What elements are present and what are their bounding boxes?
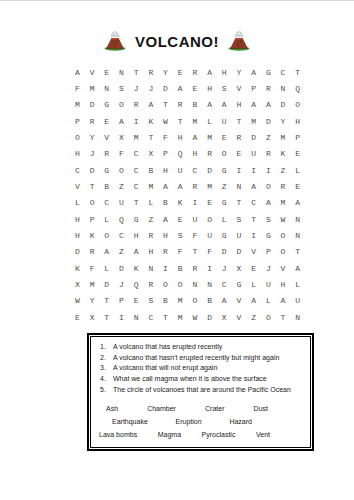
grid-cell-r5c2[interactable]: Y (85, 129, 100, 145)
grid-cell-r6c9[interactable]: H (188, 146, 203, 162)
grid-cell-r7c3[interactable]: G (99, 162, 114, 178)
clue-item-5: 5.The circle of volcanoes that are aroun… (97, 385, 304, 396)
grid-cell-r11c2[interactable]: K (85, 227, 100, 243)
grid-cell-r2c12[interactable]: V (232, 80, 247, 96)
grid-cell-r12c11[interactable]: D (217, 244, 232, 260)
grid-cell-r8c4[interactable]: Z (114, 178, 129, 194)
grid-cell-r6c10[interactable]: R (202, 146, 217, 162)
grid-cell-r16c10[interactable]: D (202, 309, 217, 325)
grid-cell-r6c11[interactable]: O (217, 146, 232, 162)
grid-cell-r1c3[interactable]: E (99, 64, 114, 80)
grid-cell-r4c16[interactable]: H (290, 113, 305, 129)
bank-word-vent: Vent (256, 428, 270, 441)
grid-cell-r12c12[interactable]: D (232, 244, 247, 260)
grid-cell-r8c1[interactable]: V (70, 178, 85, 194)
grid-cell-r15c9[interactable]: O (188, 293, 203, 309)
grid-cell-r11c10[interactable]: U (202, 227, 217, 243)
grid-cell-r7c1[interactable]: C (70, 162, 85, 178)
grid-cell-r5c4[interactable]: X (114, 129, 129, 145)
grid-cell-r12c4[interactable]: Z (114, 244, 129, 260)
bank-word-dust: Dust (254, 402, 268, 415)
clue-box: 1.A volcano that has erupted recently2.A… (87, 333, 314, 451)
grid-cell-r10c6[interactable]: Z (143, 211, 158, 227)
grid-cell-r11c9[interactable]: F (188, 227, 203, 243)
grid-cell-r4c3[interactable]: E (99, 113, 114, 129)
grid-cell-r16c14[interactable]: O (261, 309, 276, 325)
bank-word-eruption: Eruption (176, 415, 202, 428)
grid-cell-r15c11[interactable]: A (217, 293, 232, 309)
grid-cell-r16c3[interactable]: T (99, 309, 114, 325)
bank-word-magma: Magma (158, 428, 181, 441)
grid-cell-r12c1[interactable]: D (70, 244, 85, 260)
bank-word-ash: Ash (106, 402, 118, 415)
grid-cell-r4c6[interactable]: K (143, 113, 158, 129)
grid-cell-r6c2[interactable]: J (85, 146, 100, 162)
grid-cell-r5c15[interactable]: M (276, 129, 291, 145)
grid-cell-r14c6[interactable]: R (143, 276, 158, 292)
grid-cell-r14c3[interactable]: D (99, 276, 114, 292)
grid-cell-r13c10[interactable]: I (202, 260, 217, 276)
grid-cell-r14c4[interactable]: J (114, 276, 129, 292)
bank-word-crater: Crater (205, 402, 224, 415)
word-bank-row-1: AshChamberCraterDust (97, 402, 304, 415)
grid-cell-r16c2[interactable]: X (85, 309, 100, 325)
grid-cell-r3c5[interactable]: R (129, 97, 144, 113)
grid-cell-r11c1[interactable]: H (70, 227, 85, 243)
grid-cell-r14c2[interactable]: M (85, 276, 100, 292)
grid-cell-r13c3[interactable]: L (99, 260, 114, 276)
grid-cell-r6c12[interactable]: E (232, 146, 247, 162)
grid-cell-r5c11[interactable]: E (217, 129, 232, 145)
grid-cell-r2c13[interactable]: P (246, 80, 261, 96)
grid-cell-r15c1[interactable]: W (70, 293, 85, 309)
grid-cell-r8c12[interactable]: N (232, 178, 247, 194)
grid-cell-r15c16[interactable]: U (290, 293, 305, 309)
grid-cell-r5c1[interactable]: O (70, 129, 85, 145)
grid-cell-r12c8[interactable]: F (173, 244, 188, 260)
grid-cell-r4c5[interactable]: I (129, 113, 144, 129)
grid-cell-r3c3[interactable]: G (99, 97, 114, 113)
grid-cell-r11c14[interactable]: G (261, 227, 276, 243)
grid-cell-r15c10[interactable]: B (202, 293, 217, 309)
grid-cell-r6c5[interactable]: C (129, 146, 144, 162)
grid-cell-r1c13[interactable]: A (246, 64, 261, 80)
grid-cell-r13c13[interactable]: E (246, 260, 261, 276)
grid-cell-r1c5[interactable]: T (129, 64, 144, 80)
grid-cell-r14c7[interactable]: O (158, 276, 173, 292)
grid-cell-r15c7[interactable]: B (158, 293, 173, 309)
grid-cell-r11c13[interactable]: I (246, 227, 261, 243)
grid-cell-r13c8[interactable]: B (173, 260, 188, 276)
grid-cell-r2c15[interactable]: N (276, 80, 291, 96)
bank-word-pyroclastic: Pyroclastic (202, 428, 236, 441)
grid-cell-r14c5[interactable]: Q (129, 276, 144, 292)
grid-cell-r15c2[interactable]: Y (85, 293, 100, 309)
grid-cell-r6c4[interactable]: F (114, 146, 129, 162)
clue-list: 1.A volcano that has erupted recently2.A… (97, 342, 304, 396)
grid-cell-r2c11[interactable]: S (217, 80, 232, 96)
grid-cell-r3c11[interactable]: A (217, 97, 232, 113)
grid-cell-r13c11[interactable]: J (217, 260, 232, 276)
grid-cell-r3c16[interactable]: O (290, 97, 305, 113)
grid-cell-r13c16[interactable]: A (290, 260, 305, 276)
grid-cell-r6c8[interactable]: Q (173, 146, 188, 162)
grid-cell-r1c14[interactable]: G (261, 64, 276, 80)
page-title: VOLCANO! (135, 33, 219, 50)
bank-word-lava-bombs: Lava bombs (99, 428, 137, 441)
grid-cell-r15c5[interactable]: E (129, 293, 144, 309)
grid-cell-r10c15[interactable]: W (276, 211, 291, 227)
grid-cell-r1c7[interactable]: Y (158, 64, 173, 80)
grid-cell-r10c4[interactable]: Q (114, 211, 129, 227)
grid-cell-r9c1[interactable]: L (70, 195, 85, 211)
grid-cell-r5c5[interactable]: M (129, 129, 144, 145)
grid-cell-r3c6[interactable]: A (143, 97, 158, 113)
grid-cell-r16c15[interactable]: T (276, 309, 291, 325)
bank-word-chamber: Chamber (147, 402, 176, 415)
grid-cell-r5c14[interactable]: Z (261, 129, 276, 145)
grid-cell-r14c15[interactable]: H (276, 276, 291, 292)
grid-cell-r7c5[interactable]: C (129, 162, 144, 178)
grid-cell-r10c3[interactable]: L (99, 211, 114, 227)
grid-cell-r2c3[interactable]: N (99, 80, 114, 96)
grid-cell-r5c12[interactable]: R (232, 129, 247, 145)
grid-cell-r1c8[interactable]: E (173, 64, 188, 80)
grid-cell-r6c15[interactable]: K (276, 146, 291, 162)
grid-cell-r6c14[interactable]: R (261, 146, 276, 162)
grid-cell-r4c7[interactable]: W (158, 113, 173, 129)
grid-cell-r16c6[interactable]: C (143, 309, 158, 325)
grid-cell-r3c13[interactable]: A (246, 97, 261, 113)
grid-cell-r9c14[interactable]: A (261, 195, 276, 211)
bank-word-hazard: Hazard (229, 415, 252, 428)
grid-cell-r11c4[interactable]: C (114, 227, 129, 243)
grid-cell-r3c14[interactable]: A (261, 97, 276, 113)
grid-cell-r9c5[interactable]: T (129, 195, 144, 211)
grid-cell-r12c5[interactable]: A (129, 244, 144, 260)
grid-cell-r7c12[interactable]: I (232, 162, 247, 178)
grid-cell-r2c9[interactable]: E (188, 80, 203, 96)
grid-cell-r8c8[interactable]: A (173, 178, 188, 194)
grid-cell-r10c8[interactable]: E (173, 211, 188, 227)
grid-cell-r3c8[interactable]: R (173, 97, 188, 113)
grid-cell-r2c1[interactable]: F (70, 80, 85, 96)
grid-cell-r12c7[interactable]: R (158, 244, 173, 260)
grid-cell-r12c10[interactable]: F (202, 244, 217, 260)
grid-cell-r2c16[interactable]: Q (290, 80, 305, 96)
grid-cell-r10c12[interactable]: S (232, 211, 247, 227)
grid-cell-r9c15[interactable]: M (276, 195, 291, 211)
grid-cell-r4c15[interactable]: Y (276, 113, 291, 129)
grid-cell-r9c7[interactable]: B (158, 195, 173, 211)
grid-cell-r10c10[interactable]: O (202, 211, 217, 227)
grid-cell-r15c15[interactable]: A (276, 293, 291, 309)
grid-cell-r3c2[interactable]: D (85, 97, 100, 113)
grid-cell-r11c8[interactable]: S (173, 227, 188, 243)
grid-cell-r15c3[interactable]: T (99, 293, 114, 309)
clue-item-1: 1.A volcano that has erupted recently (97, 342, 304, 353)
grid-cell-r14c10[interactable]: N (202, 276, 217, 292)
grid-cell-r9c16[interactable]: A (290, 195, 305, 211)
grid-cell-r2c14[interactable]: R (261, 80, 276, 96)
grid-cell-r4c2[interactable]: R (85, 113, 100, 129)
grid-cell-r5c8[interactable]: H (173, 129, 188, 145)
grid-cell-r12c13[interactable]: V (246, 244, 261, 260)
grid-cell-r10c1[interactable]: H (70, 211, 85, 227)
grid-cell-r12c9[interactable]: T (188, 244, 203, 260)
grid-cell-r7c7[interactable]: H (158, 162, 173, 178)
grid-cell-r12c6[interactable]: H (143, 244, 158, 260)
grid-cell-r13c2[interactable]: F (85, 260, 100, 276)
clue-item-4: 4.What we call magma when it is above th… (97, 374, 304, 385)
grid-cell-r14c11[interactable]: C (217, 276, 232, 292)
grid-cell-r1c6[interactable]: R (143, 64, 158, 80)
grid-cell-r3c4[interactable]: O (114, 97, 129, 113)
grid-cell-r1c1[interactable]: A (70, 64, 85, 80)
grid-cell-r10c7[interactable]: A (158, 211, 173, 227)
grid-cell-r16c7[interactable]: T (158, 309, 173, 325)
worksheet-page: VOLCANO! AVENTRYERAHYAGCTFMNSJJDAEHSVPRN… (0, 0, 354, 500)
grid-cell-r13c14[interactable]: J (261, 260, 276, 276)
grid-cell-r16c4[interactable]: I (114, 309, 129, 325)
grid-cell-r7c13[interactable]: I (246, 162, 261, 178)
grid-cell-r13c1[interactable]: K (70, 260, 85, 276)
grid-cell-r16c5[interactable]: N (129, 309, 144, 325)
grid-cell-r9c11[interactable]: G (217, 195, 232, 211)
grid-cell-r16c12[interactable]: V (232, 309, 247, 325)
grid-cell-r16c8[interactable]: M (173, 309, 188, 325)
grid-cell-r16c9[interactable]: W (188, 309, 203, 325)
grid-cell-r1c9[interactable]: R (188, 64, 203, 80)
grid-cell-r3c1[interactable]: M (70, 97, 85, 113)
grid-cell-r2c5[interactable]: J (129, 80, 144, 96)
grid-cell-r5c3[interactable]: V (99, 129, 114, 145)
grid-cell-r16c11[interactable]: X (217, 309, 232, 325)
grid-cell-r9c2[interactable]: O (85, 195, 100, 211)
grid-cell-r7c14[interactable]: I (261, 162, 276, 178)
grid-cell-r4c8[interactable]: T (173, 113, 188, 129)
grid-cell-r12c3[interactable]: A (99, 244, 114, 260)
grid-cell-r1c10[interactable]: A (202, 64, 217, 80)
grid-cell-r8c5[interactable]: C (129, 178, 144, 194)
grid-cell-r9c9[interactable]: I (188, 195, 203, 211)
clue-item-2: 2.A volcano that hasn't erupted recently… (97, 353, 304, 364)
grid-cell-r13c12[interactable]: X (232, 260, 247, 276)
word-bank-row-3: Lava bombsMagmaPyroclasticVent (97, 428, 304, 441)
grid-cell-r15c6[interactable]: S (143, 293, 158, 309)
grid-cell-r7c9[interactable]: C (188, 162, 203, 178)
grid-cell-r5c7[interactable]: F (158, 129, 173, 145)
grid-cell-r12c16[interactable]: T (290, 244, 305, 260)
grid-cell-r7c16[interactable]: L (290, 162, 305, 178)
grid-cell-r16c16[interactable]: N (290, 309, 305, 325)
grid-cell-r11c16[interactable]: N (290, 227, 305, 243)
grid-cell-r15c8[interactable]: M (173, 293, 188, 309)
word-bank-row-2: EarthquakeEruptionHazard (97, 415, 304, 428)
grid-cell-r14c12[interactable]: G (232, 276, 247, 292)
grid-cell-r9c4[interactable]: U (114, 195, 129, 211)
clue-item-3: 3.A volcano that will not erupt again (97, 363, 304, 374)
volcano-icon (228, 31, 250, 51)
grid-cell-r6c7[interactable]: P (158, 146, 173, 162)
grid-cell-r7c8[interactable]: U (173, 162, 188, 178)
volcano-icon (104, 31, 126, 51)
grid-cell-r11c15[interactable]: O (276, 227, 291, 243)
grid-cell-r5c6[interactable]: T (143, 129, 158, 145)
grid-cell-r7c11[interactable]: G (217, 162, 232, 178)
grid-cell-r5c10[interactable]: M (202, 129, 217, 145)
grid-cell-r3c15[interactable]: D (276, 97, 291, 113)
grid-cell-r13c9[interactable]: R (188, 260, 203, 276)
grid-cell-r16c1[interactable]: E (70, 309, 85, 325)
grid-cell-r10c14[interactable]: S (261, 211, 276, 227)
grid-cell-r8c10[interactable]: M (202, 178, 217, 194)
grid-cell-r15c12[interactable]: V (232, 293, 247, 309)
grid-cell-r8c2[interactable]: T (85, 178, 100, 194)
grid-cell-r9c10[interactable]: E (202, 195, 217, 211)
grid-cell-r2c4[interactable]: S (114, 80, 129, 96)
grid-cell-r6c13[interactable]: U (246, 146, 261, 162)
grid-cell-r5c16[interactable]: P (290, 129, 305, 145)
grid-cell-r2c2[interactable]: M (85, 80, 100, 96)
grid-cell-r14c16[interactable]: L (290, 276, 305, 292)
grid-cell-r3c9[interactable]: B (188, 97, 203, 113)
grid-cell-r14c8[interactable]: O (173, 276, 188, 292)
grid-cell-r4c13[interactable]: M (246, 113, 261, 129)
grid-cell-r10c5[interactable]: G (129, 211, 144, 227)
grid-cell-r10c13[interactable]: T (246, 211, 261, 227)
grid-cell-r1c15[interactable]: C (276, 64, 291, 80)
grid-cell-r12c2[interactable]: R (85, 244, 100, 260)
grid-cell-r3c10[interactable]: A (202, 97, 217, 113)
grid-cell-r9c3[interactable]: C (99, 195, 114, 211)
grid-cell-r7c2[interactable]: D (85, 162, 100, 178)
grid-cell-r15c13[interactable]: A (246, 293, 261, 309)
grid-cell-r8c9[interactable]: R (188, 178, 203, 194)
grid-cell-r16c13[interactable]: Z (246, 309, 261, 325)
grid-cell-r7c10[interactable]: D (202, 162, 217, 178)
word-bank: AshChamberCraterDust EarthquakeEruptionH… (97, 402, 304, 441)
grid-cell-r13c5[interactable]: K (129, 260, 144, 276)
clue-box-inner: 1.A volcano that has erupted recently2.A… (90, 336, 311, 448)
grid-cell-r9c13[interactable]: C (246, 195, 261, 211)
grid-cell-r9c6[interactable]: L (143, 195, 158, 211)
grid-cell-r11c11[interactable]: G (217, 227, 232, 243)
grid-cell-r13c6[interactable]: N (143, 260, 158, 276)
grid-cell-r2c8[interactable]: A (173, 80, 188, 96)
grid-cell-r14c9[interactable]: N (188, 276, 203, 292)
grid-cell-r4c14[interactable]: D (261, 113, 276, 129)
grid-cell-r11c3[interactable]: O (99, 227, 114, 243)
grid-cell-r11c7[interactable]: H (158, 227, 173, 243)
grid-cell-r6c1[interactable]: H (70, 146, 85, 162)
grid-cell-r10c9[interactable]: U (188, 211, 203, 227)
grid-cell-r8c6[interactable]: M (143, 178, 158, 194)
grid-cell-r15c4[interactable]: P (114, 293, 129, 309)
grid-cell-r10c16[interactable]: N (290, 211, 305, 227)
grid-cell-r8c15[interactable]: R (276, 178, 291, 194)
grid-cell-r13c7[interactable]: I (158, 260, 173, 276)
grid-cell-r1c11[interactable]: H (217, 64, 232, 80)
grid-cell-r8c11[interactable]: Z (217, 178, 232, 194)
grid-cell-r7c4[interactable]: O (114, 162, 129, 178)
grid-cell-r12c15[interactable]: O (276, 244, 291, 260)
grid-cell-r14c14[interactable]: U (261, 276, 276, 292)
grid-cell-r8c16[interactable]: E (290, 178, 305, 194)
grid-cell-r4c1[interactable]: P (70, 113, 85, 129)
grid-cell-r6c16[interactable]: E (290, 146, 305, 162)
grid-cell-r1c16[interactable]: T (290, 64, 305, 80)
grid-cell-r11c5[interactable]: H (129, 227, 144, 243)
grid-cell-r10c11[interactable]: L (217, 211, 232, 227)
grid-cell-r3c12[interactable]: H (232, 97, 247, 113)
grid-cell-r13c15[interactable]: V (276, 260, 291, 276)
grid-cell-r10c2[interactable]: P (85, 211, 100, 227)
word-search-grid: AVENTRYERAHYAGCTFMNSJJDAEHSVPRNQMDGORATR… (70, 64, 305, 325)
grid-cell-r14c13[interactable]: L (246, 276, 261, 292)
grid-cell-r1c4[interactable]: N (114, 64, 129, 80)
grid-cell-r13c4[interactable]: D (114, 260, 129, 276)
page-edge (0, 0, 354, 1)
grid-cell-r4c9[interactable]: M (188, 113, 203, 129)
grid-cell-r4c12[interactable]: T (232, 113, 247, 129)
grid-cell-r2c7[interactable]: D (158, 80, 173, 96)
grid-cell-r15c14[interactable]: L (261, 293, 276, 309)
grid-cell-r6c3[interactable]: R (99, 146, 114, 162)
grid-cell-r14c1[interactable]: X (70, 276, 85, 292)
grid-cell-r9c12[interactable]: T (232, 195, 247, 211)
grid-cell-r7c6[interactable]: B (143, 162, 158, 178)
grid-cell-r8c13[interactable]: A (246, 178, 261, 194)
grid-cell-r2c6[interactable]: J (143, 80, 158, 96)
grid-cell-r4c11[interactable]: U (217, 113, 232, 129)
grid-cell-r8c3[interactable]: B (99, 178, 114, 194)
grid-cell-r1c12[interactable]: Y (232, 64, 247, 80)
grid-cell-r6c6[interactable]: X (143, 146, 158, 162)
bank-word-earthquake: Earthquake (112, 415, 148, 428)
grid-cell-r1c2[interactable]: V (85, 64, 100, 80)
grid-cell-r4c10[interactable]: L (202, 113, 217, 129)
grid-cell-r9c8[interactable]: K (173, 195, 188, 211)
grid-cell-r4c4[interactable]: A (114, 113, 129, 129)
grid-cell-r8c7[interactable]: A (158, 178, 173, 194)
grid-cell-r7c15[interactable]: Z (276, 162, 291, 178)
grid-cell-r3c7[interactable]: T (158, 97, 173, 113)
grid-cell-r12c14[interactable]: P (261, 244, 276, 260)
grid-cell-r5c9[interactable]: A (188, 129, 203, 145)
grid-cell-r11c6[interactable]: R (143, 227, 158, 243)
grid-cell-r11c12[interactable]: U (232, 227, 247, 243)
grid-cell-r8c14[interactable]: O (261, 178, 276, 194)
grid-cell-r5c13[interactable]: D (246, 129, 261, 145)
title-header: VOLCANO! (0, 31, 354, 51)
grid-cell-r2c10[interactable]: H (202, 80, 217, 96)
